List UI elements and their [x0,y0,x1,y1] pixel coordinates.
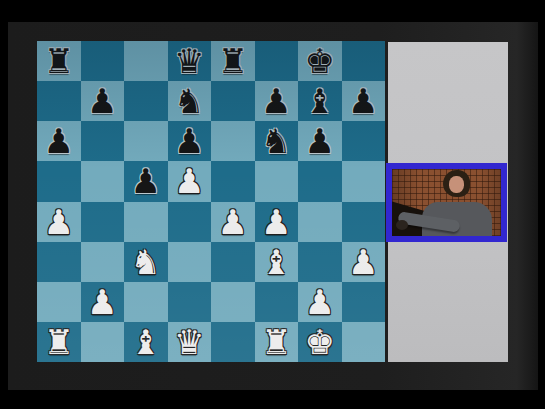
white-bishop: ♝ [261,242,291,282]
black-pawn: ♟ [87,81,117,121]
black-pawn: ♟ [131,161,161,201]
white-rook: ♜ [261,322,291,362]
white-pawn: ♟ [87,282,117,322]
square-h4 [342,202,386,242]
square-h7: ♟ [342,81,386,121]
square-c8 [124,41,168,81]
white-king: ♚ [305,322,335,362]
black-pawn: ♟ [44,121,74,161]
black-knight: ♞ [261,121,291,161]
black-rook: ♜ [218,41,248,81]
square-e8: ♜ [211,41,255,81]
square-b2: ♟ [81,282,125,322]
square-g6: ♟ [298,121,342,161]
square-e6 [211,121,255,161]
white-knight: ♞ [131,242,161,282]
white-queen: ♛ [174,322,204,362]
black-pawn: ♟ [348,81,378,121]
square-f2 [255,282,299,322]
square-f8 [255,41,299,81]
white-pawn: ♟ [305,282,335,322]
square-h5 [342,161,386,201]
square-g4 [298,202,342,242]
square-h2 [342,282,386,322]
square-d6: ♟ [168,121,212,161]
square-c6 [124,121,168,161]
square-e2 [211,282,255,322]
square-e5 [211,161,255,201]
square-f4: ♟ [255,202,299,242]
square-g2: ♟ [298,282,342,322]
square-b1 [81,322,125,362]
white-bishop: ♝ [131,322,161,362]
square-f1: ♜ [255,322,299,362]
black-pawn: ♟ [261,81,291,121]
square-e4: ♟ [211,202,255,242]
square-c4 [124,202,168,242]
black-knight: ♞ [174,81,204,121]
white-pawn: ♟ [174,161,204,201]
presenter-video-inset [386,163,507,242]
square-h3: ♟ [342,242,386,282]
video-frame: ♜♛♜♚♟♞♟♝♟♟♟♞♟♟♟♟♟♟♞♝♟♟♟♜♝♛♜♚ [0,0,545,409]
square-e1 [211,322,255,362]
white-pawn: ♟ [348,242,378,282]
square-f3: ♝ [255,242,299,282]
square-b6 [81,121,125,161]
square-c2 [124,282,168,322]
square-h8 [342,41,386,81]
white-rook: ♜ [44,322,74,362]
square-b3 [81,242,125,282]
square-f7: ♟ [255,81,299,121]
square-e3 [211,242,255,282]
square-d7: ♞ [168,81,212,121]
square-b8 [81,41,125,81]
square-c5: ♟ [124,161,168,201]
square-d8: ♛ [168,41,212,81]
presenter-video [392,169,501,236]
white-pawn: ♟ [44,202,74,242]
square-g5 [298,161,342,201]
square-b5 [81,161,125,201]
square-a6: ♟ [37,121,81,161]
square-d1: ♛ [168,322,212,362]
white-pawn: ♟ [261,202,291,242]
square-h1 [342,322,386,362]
square-a2 [37,282,81,322]
presenter-hand [396,220,408,230]
square-f6: ♞ [255,121,299,161]
square-g7: ♝ [298,81,342,121]
black-pawn: ♟ [305,121,335,161]
square-g1: ♚ [298,322,342,362]
white-pawn: ♟ [218,202,248,242]
square-f5 [255,161,299,201]
square-c3: ♞ [124,242,168,282]
black-bishop: ♝ [305,81,335,121]
black-rook: ♜ [44,41,74,81]
square-g8: ♚ [298,41,342,81]
chess-board: ♜♛♜♚♟♞♟♝♟♟♟♞♟♟♟♟♟♟♞♝♟♟♟♜♝♛♜♚ [37,41,385,362]
black-pawn: ♟ [174,121,204,161]
square-b4 [81,202,125,242]
square-a5 [37,161,81,201]
square-d5: ♟ [168,161,212,201]
square-a4: ♟ [37,202,81,242]
square-a1: ♜ [37,322,81,362]
square-c7 [124,81,168,121]
square-d3 [168,242,212,282]
square-d4 [168,202,212,242]
square-a7 [37,81,81,121]
square-b7: ♟ [81,81,125,121]
square-e7 [211,81,255,121]
square-a3 [37,242,81,282]
square-h6 [342,121,386,161]
black-queen: ♛ [174,41,204,81]
square-c1: ♝ [124,322,168,362]
presenter-face [449,176,464,193]
square-g3 [298,242,342,282]
square-d2 [168,282,212,322]
black-king: ♚ [305,41,335,81]
square-a8: ♜ [37,41,81,81]
